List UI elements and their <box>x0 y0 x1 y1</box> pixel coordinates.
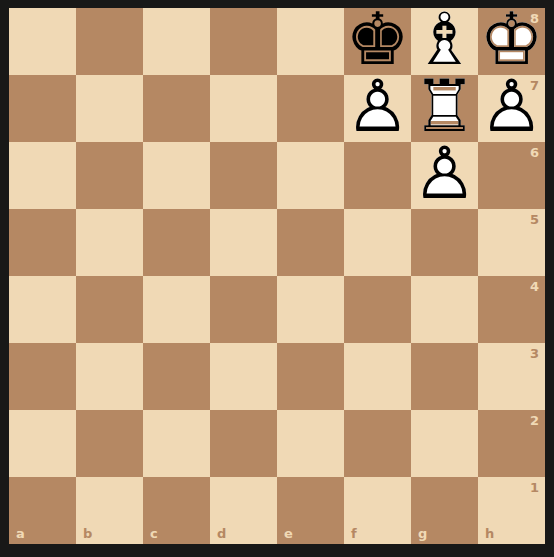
square-b1[interactable]: b <box>76 477 143 544</box>
square-c6[interactable] <box>143 142 210 209</box>
square-g2[interactable] <box>411 410 478 477</box>
square-c4[interactable] <box>143 276 210 343</box>
white-pawn-fill: ♟ <box>412 137 477 209</box>
square-f4[interactable] <box>344 276 411 343</box>
piece-white-king[interactable]: ♚♔ <box>478 8 545 75</box>
piece-white-rook[interactable]: ♜♖ <box>411 75 478 142</box>
file-label-h: h <box>485 527 494 540</box>
square-e8[interactable] <box>277 8 344 75</box>
square-c2[interactable] <box>143 410 210 477</box>
square-d5[interactable] <box>210 209 277 276</box>
square-h5[interactable]: 5 <box>478 209 545 276</box>
square-c1[interactable]: c <box>143 477 210 544</box>
chess-board: ♚♝♗8♚♔♟♙♜♖7♟♙♟♙65432abcdefgh1 <box>9 8 545 544</box>
file-label-b: b <box>83 527 92 540</box>
square-a1[interactable]: a <box>9 477 76 544</box>
piece-white-bishop[interactable]: ♝♗ <box>411 8 478 75</box>
square-d3[interactable] <box>210 343 277 410</box>
file-label-a: a <box>16 527 25 540</box>
square-e4[interactable] <box>277 276 344 343</box>
square-d7[interactable] <box>210 75 277 142</box>
square-d6[interactable] <box>210 142 277 209</box>
square-f6[interactable] <box>344 142 411 209</box>
white-king-outline: ♔ <box>479 3 544 75</box>
square-b8[interactable] <box>76 8 143 75</box>
square-g5[interactable] <box>411 209 478 276</box>
square-f7[interactable]: ♟♙ <box>344 75 411 142</box>
square-f8[interactable]: ♚ <box>344 8 411 75</box>
square-h7[interactable]: 7♟♙ <box>478 75 545 142</box>
square-a2[interactable] <box>9 410 76 477</box>
square-g4[interactable] <box>411 276 478 343</box>
white-king-fill: ♚ <box>479 3 544 75</box>
square-b3[interactable] <box>76 343 143 410</box>
white-bishop-fill: ♝ <box>412 3 477 75</box>
square-a6[interactable] <box>9 142 76 209</box>
square-g7[interactable]: ♜♖ <box>411 75 478 142</box>
square-a7[interactable] <box>9 75 76 142</box>
square-g3[interactable] <box>411 343 478 410</box>
square-e1[interactable]: e <box>277 477 344 544</box>
square-c5[interactable] <box>143 209 210 276</box>
square-e3[interactable] <box>277 343 344 410</box>
square-b6[interactable] <box>76 142 143 209</box>
square-g6[interactable]: ♟♙ <box>411 142 478 209</box>
piece-white-pawn[interactable]: ♟♙ <box>411 142 478 209</box>
square-b2[interactable] <box>76 410 143 477</box>
square-e7[interactable] <box>277 75 344 142</box>
white-rook-fill: ♜ <box>412 70 477 142</box>
rank-label-4: 4 <box>530 280 539 293</box>
square-f5[interactable] <box>344 209 411 276</box>
file-label-e: e <box>284 527 293 540</box>
square-d4[interactable] <box>210 276 277 343</box>
square-b5[interactable] <box>76 209 143 276</box>
rank-label-6: 6 <box>530 146 539 159</box>
white-pawn-outline: ♙ <box>412 137 477 209</box>
piece-white-pawn[interactable]: ♟♙ <box>478 75 545 142</box>
square-c7[interactable] <box>143 75 210 142</box>
white-pawn-fill: ♟ <box>479 70 544 142</box>
white-bishop-outline: ♗ <box>412 3 477 75</box>
square-d8[interactable] <box>210 8 277 75</box>
rank-label-1: 1 <box>530 481 539 494</box>
rank-label-5: 5 <box>530 213 539 226</box>
black-king-glyph: ♚ <box>345 3 410 75</box>
square-b4[interactable] <box>76 276 143 343</box>
square-h8[interactable]: 8♚♔ <box>478 8 545 75</box>
square-c3[interactable] <box>143 343 210 410</box>
white-pawn-outline: ♙ <box>345 70 410 142</box>
square-a3[interactable] <box>9 343 76 410</box>
square-h3[interactable]: 3 <box>478 343 545 410</box>
square-d2[interactable] <box>210 410 277 477</box>
square-b7[interactable] <box>76 75 143 142</box>
square-h2[interactable]: 2 <box>478 410 545 477</box>
square-e5[interactable] <box>277 209 344 276</box>
square-a4[interactable] <box>9 276 76 343</box>
rank-label-2: 2 <box>530 414 539 427</box>
square-c8[interactable] <box>143 8 210 75</box>
white-pawn-outline: ♙ <box>479 70 544 142</box>
rank-label-3: 3 <box>530 347 539 360</box>
square-f3[interactable] <box>344 343 411 410</box>
file-label-f: f <box>351 527 357 540</box>
file-label-c: c <box>150 527 158 540</box>
square-e2[interactable] <box>277 410 344 477</box>
square-f2[interactable] <box>344 410 411 477</box>
square-e6[interactable] <box>277 142 344 209</box>
square-g8[interactable]: ♝♗ <box>411 8 478 75</box>
square-f1[interactable]: f <box>344 477 411 544</box>
piece-white-pawn[interactable]: ♟♙ <box>344 75 411 142</box>
white-rook-outline: ♖ <box>412 70 477 142</box>
diagram-background: { "game": "chess", "position": "5kBK/5PR… <box>0 0 554 557</box>
white-pawn-fill: ♟ <box>345 70 410 142</box>
file-label-g: g <box>418 527 427 540</box>
square-h4[interactable]: 4 <box>478 276 545 343</box>
square-a5[interactable] <box>9 209 76 276</box>
file-label-d: d <box>217 527 226 540</box>
square-h6[interactable]: 6 <box>478 142 545 209</box>
square-a8[interactable] <box>9 8 76 75</box>
piece-black-king[interactable]: ♚ <box>344 8 411 75</box>
square-d1[interactable]: d <box>210 477 277 544</box>
square-g1[interactable]: g <box>411 477 478 544</box>
square-h1[interactable]: h1 <box>478 477 545 544</box>
